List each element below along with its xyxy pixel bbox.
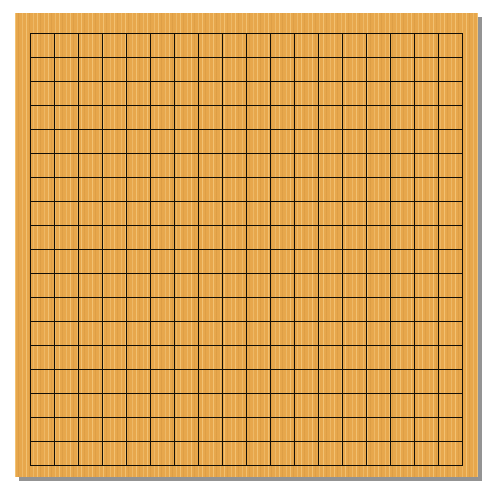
board-intersections[interactable] (18, 21, 474, 477)
